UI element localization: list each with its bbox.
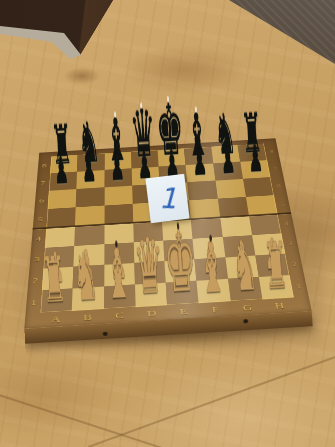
square-c1[interactable]: ♝ <box>104 285 136 310</box>
square-h5[interactable] <box>246 195 278 215</box>
piece-black-pawn[interactable]: ♟ <box>53 152 70 190</box>
hinge-clasp-dot <box>102 332 107 336</box>
file-label: G <box>242 302 253 313</box>
piece-white-bishop[interactable]: ♝ <box>102 238 132 308</box>
square-g1[interactable]: ♞ <box>228 277 263 301</box>
rank-label: 7 <box>40 179 45 185</box>
square-f5[interactable] <box>189 199 220 220</box>
square-f6[interactable] <box>187 181 217 201</box>
square-h6[interactable] <box>243 177 274 197</box>
photo-scene: 8♜♞♝♛♚♝♞♜87♟♟♟♟♟♟♟♟7665544332♟♟♟♟♟♟♟♟21♜… <box>0 0 335 447</box>
rank-label: 5 <box>38 215 43 222</box>
rank-label: 6 <box>39 197 44 204</box>
chessboard: 8♜♞♝♛♚♝♞♜87♟♟♟♟♟♟♟♟7665544332♟♟♟♟♟♟♟♟21♜… <box>24 138 311 328</box>
rank-label: 7 <box>273 166 278 171</box>
board-number-text: 1 <box>158 182 176 215</box>
rank-label: 2 <box>292 261 298 267</box>
board-grid: 8♜♞♝♛♚♝♞♜87♟♟♟♟♟♟♟♟7665544332♟♟♟♟♟♟♟♟21♜… <box>24 138 311 328</box>
square-b6[interactable] <box>76 187 104 207</box>
square-a5[interactable] <box>46 207 76 228</box>
frame-corner <box>24 313 40 329</box>
piece-finial-tip <box>114 240 117 247</box>
square-f1[interactable]: ♝ <box>197 279 231 303</box>
piece-white-knight[interactable]: ♞ <box>71 243 100 310</box>
file-label: B <box>83 312 92 323</box>
square-c7[interactable]: ♟ <box>104 168 132 187</box>
piece-white-rook[interactable]: ♜ <box>262 234 290 298</box>
rank-label: 8 <box>269 149 274 154</box>
rank-label: 4 <box>36 235 42 242</box>
board-number-card: 1 <box>145 174 189 223</box>
square-c5[interactable] <box>104 204 133 225</box>
file-label: A <box>51 314 61 325</box>
rank-label: 5 <box>280 201 285 207</box>
piece-black-pawn[interactable]: ♟ <box>109 148 126 186</box>
square-b5[interactable] <box>75 206 104 227</box>
piece-finial-tip <box>167 96 169 102</box>
piece-finial-tip <box>140 102 142 108</box>
piece-white-bishop[interactable]: ♝ <box>197 233 227 303</box>
square-b7[interactable]: ♟ <box>77 170 105 189</box>
square-h7[interactable]: ♟ <box>240 160 270 179</box>
file-label: F <box>211 304 219 315</box>
square-a6[interactable] <box>48 189 77 209</box>
piece-black-pawn[interactable]: ♟ <box>192 143 209 181</box>
rank-label: 3 <box>288 240 293 246</box>
file-label: D <box>147 308 157 319</box>
hinge-clasp-dot <box>243 319 248 323</box>
piece-black-pawn[interactable]: ♟ <box>247 140 264 178</box>
piece-white-queen[interactable]: ♛ <box>132 228 166 307</box>
square-d1[interactable]: ♛ <box>135 283 167 308</box>
floor-plank-seam <box>88 354 335 447</box>
piece-finial-tip <box>209 235 212 242</box>
square-f7[interactable]: ♟ <box>186 163 215 182</box>
square-e1[interactable]: ♚ <box>166 281 199 305</box>
rank-label: 3 <box>34 255 40 262</box>
piece-finial-tip <box>113 111 115 117</box>
rank-label: 4 <box>284 220 289 226</box>
square-a1[interactable]: ♜ <box>40 288 73 313</box>
file-label: C <box>115 310 124 321</box>
piece-white-king[interactable]: ♚ <box>162 220 199 305</box>
rank-label: 2 <box>33 276 39 284</box>
square-c6[interactable] <box>104 186 132 206</box>
rank-label: 1 <box>296 282 302 289</box>
file-label: H <box>274 300 285 311</box>
rank-label: 6 <box>276 183 281 188</box>
square-h1[interactable]: ♜ <box>259 275 294 299</box>
square-g6[interactable] <box>215 179 246 199</box>
rank-label: 1 <box>31 298 37 306</box>
square-g7[interactable]: ♟ <box>213 162 243 181</box>
file-label: E <box>179 306 188 317</box>
square-g5[interactable] <box>217 197 248 217</box>
floor-plank-seam <box>0 393 162 447</box>
piece-white-rook[interactable]: ♜ <box>40 248 68 312</box>
square-b1[interactable]: ♞ <box>72 286 104 311</box>
piece-white-knight[interactable]: ♞ <box>230 233 259 300</box>
piece-black-pawn[interactable]: ♟ <box>81 150 98 188</box>
piece-finial-tip <box>177 222 180 229</box>
piece-finial-tip <box>195 106 197 112</box>
piece-black-pawn[interactable]: ♟ <box>219 142 236 180</box>
rank-label: 8 <box>42 162 47 168</box>
square-a7[interactable]: ♟ <box>49 172 77 191</box>
frame-corner <box>294 297 312 313</box>
